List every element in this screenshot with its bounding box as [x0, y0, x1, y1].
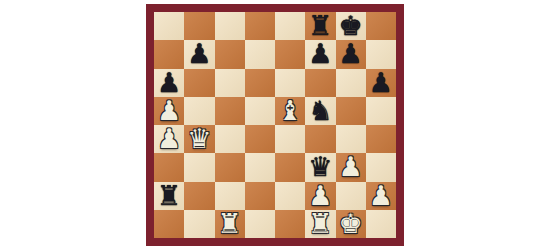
square-f8[interactable]: ♜ — [305, 12, 335, 40]
black-pawn-h6[interactable]: ♟ — [369, 69, 393, 97]
square-a4[interactable]: ♟ — [154, 125, 184, 153]
black-pawn-f7[interactable]: ♟ — [308, 40, 332, 68]
square-b4[interactable]: ♛ — [184, 125, 214, 153]
black-queen-f3[interactable]: ♛ — [308, 153, 332, 181]
square-f1[interactable]: ♜ — [305, 210, 335, 238]
square-h7[interactable] — [366, 40, 396, 68]
square-a1[interactable] — [154, 210, 184, 238]
square-c6[interactable] — [215, 69, 245, 97]
square-d2[interactable] — [245, 182, 275, 210]
white-rook-c1[interactable]: ♜ — [218, 210, 242, 238]
square-a6[interactable]: ♟ — [154, 69, 184, 97]
square-g3[interactable]: ♟ — [336, 153, 366, 181]
square-h3[interactable] — [366, 153, 396, 181]
white-king-g1[interactable]: ♚ — [339, 210, 363, 238]
square-d3[interactable] — [245, 153, 275, 181]
square-e6[interactable] — [275, 69, 305, 97]
square-e1[interactable] — [275, 210, 305, 238]
square-f2[interactable]: ♟ — [305, 182, 335, 210]
square-a2[interactable]: ♜ — [154, 182, 184, 210]
square-c5[interactable] — [215, 97, 245, 125]
square-f3[interactable]: ♛ — [305, 153, 335, 181]
square-h6[interactable]: ♟ — [366, 69, 396, 97]
square-b7[interactable]: ♟ — [184, 40, 214, 68]
white-queen-b4[interactable]: ♛ — [187, 125, 211, 153]
square-a3[interactable] — [154, 153, 184, 181]
square-d5[interactable] — [245, 97, 275, 125]
square-d4[interactable] — [245, 125, 275, 153]
square-h1[interactable] — [366, 210, 396, 238]
square-a5[interactable]: ♟ — [154, 97, 184, 125]
white-pawn-f2[interactable]: ♟ — [308, 182, 332, 210]
white-rook-f1[interactable]: ♜ — [308, 210, 332, 238]
square-f6[interactable] — [305, 69, 335, 97]
screenshot-canvas: ♜♚♟♟♟♟♟♟♝♞♟♛♛♟♜♟♟♜♜♚ — [0, 0, 550, 252]
square-g4[interactable] — [336, 125, 366, 153]
square-b3[interactable] — [184, 153, 214, 181]
square-c1[interactable]: ♜ — [215, 210, 245, 238]
square-d8[interactable] — [245, 12, 275, 40]
square-c2[interactable] — [215, 182, 245, 210]
square-d1[interactable] — [245, 210, 275, 238]
square-c4[interactable] — [215, 125, 245, 153]
square-b6[interactable] — [184, 69, 214, 97]
chessboard-frame: ♜♚♟♟♟♟♟♟♝♞♟♛♛♟♜♟♟♜♜♚ — [146, 4, 404, 246]
square-e2[interactable] — [275, 182, 305, 210]
square-e3[interactable] — [275, 153, 305, 181]
chessboard: ♜♚♟♟♟♟♟♟♝♞♟♛♛♟♜♟♟♜♜♚ — [154, 12, 396, 238]
square-h2[interactable]: ♟ — [366, 182, 396, 210]
square-c3[interactable] — [215, 153, 245, 181]
square-e4[interactable] — [275, 125, 305, 153]
square-h8[interactable] — [366, 12, 396, 40]
square-f7[interactable]: ♟ — [305, 40, 335, 68]
square-b2[interactable] — [184, 182, 214, 210]
square-c7[interactable] — [215, 40, 245, 68]
black-rook-f8[interactable]: ♜ — [308, 12, 332, 40]
square-g7[interactable]: ♟ — [336, 40, 366, 68]
square-e8[interactable] — [275, 12, 305, 40]
square-d6[interactable] — [245, 69, 275, 97]
square-f5[interactable]: ♞ — [305, 97, 335, 125]
square-a7[interactable] — [154, 40, 184, 68]
black-king-g8[interactable]: ♚ — [339, 12, 363, 40]
black-knight-f5[interactable]: ♞ — [308, 97, 332, 125]
black-rook-a2[interactable]: ♜ — [157, 182, 181, 210]
square-d7[interactable] — [245, 40, 275, 68]
white-pawn-a5[interactable]: ♟ — [157, 97, 181, 125]
square-h5[interactable] — [366, 97, 396, 125]
square-g6[interactable] — [336, 69, 366, 97]
square-g1[interactable]: ♚ — [336, 210, 366, 238]
square-b5[interactable] — [184, 97, 214, 125]
white-pawn-g3[interactable]: ♟ — [339, 153, 363, 181]
square-a8[interactable] — [154, 12, 184, 40]
square-b8[interactable] — [184, 12, 214, 40]
square-e5[interactable]: ♝ — [275, 97, 305, 125]
square-c8[interactable] — [215, 12, 245, 40]
square-e7[interactable] — [275, 40, 305, 68]
square-f4[interactable] — [305, 125, 335, 153]
black-pawn-g7[interactable]: ♟ — [339, 40, 363, 68]
black-pawn-a6[interactable]: ♟ — [157, 69, 181, 97]
square-h4[interactable] — [366, 125, 396, 153]
white-bishop-e5[interactable]: ♝ — [278, 97, 302, 125]
white-pawn-a4[interactable]: ♟ — [157, 125, 181, 153]
black-pawn-b7[interactable]: ♟ — [187, 40, 211, 68]
square-b1[interactable] — [184, 210, 214, 238]
square-g8[interactable]: ♚ — [336, 12, 366, 40]
square-g2[interactable] — [336, 182, 366, 210]
white-pawn-h2[interactable]: ♟ — [369, 182, 393, 210]
square-g5[interactable] — [336, 97, 366, 125]
